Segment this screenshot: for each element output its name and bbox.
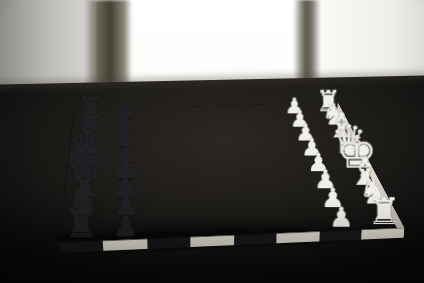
white-rook-h1[interactable]: ♜ (362, 186, 405, 229)
chessboard: ♜♞♝♛♚♝♞♜♟♟♟♟♟♟♟♟♟♟♟♟♟♟♟♟♜♞♝♛♚♝♞♜ (59, 102, 404, 242)
black-rook-h8[interactable]: ♜ (59, 198, 103, 242)
pieces-layer: ♜♞♝♛♚♝♞♜♟♟♟♟♟♟♟♟♟♟♟♟♟♟♟♟♜♞♝♛♚♝♞♜ (59, 102, 404, 242)
white-pawn-h2[interactable]: ♟ (320, 187, 363, 230)
black-pawn-h7[interactable]: ♟ (103, 196, 147, 240)
chess-photo-scene: ♜♞♝♛♚♝♞♜♟♟♟♟♟♟♟♟♟♟♟♟♟♟♟♟♜♞♝♛♚♝♞♜ (0, 0, 424, 283)
